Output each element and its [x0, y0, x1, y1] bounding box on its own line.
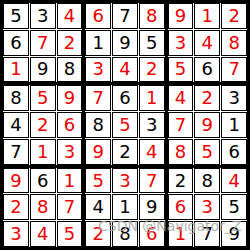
box-1: 534672198: [3, 3, 82, 82]
cell-r9c1: 3: [3, 221, 29, 247]
cell-r8c3: 7: [57, 194, 83, 220]
cell-r7c1: 9: [3, 168, 29, 194]
cell-r5c8: 9: [194, 112, 220, 138]
cell-r3c5: 4: [112, 57, 138, 83]
box-5: 761853924: [85, 85, 164, 164]
cell-r9c3: 5: [57, 221, 83, 247]
cell-r3c4: 3: [85, 57, 111, 83]
cell-r9c5: 8: [112, 221, 138, 247]
cell-r2c5: 9: [112, 30, 138, 56]
cell-r5c5: 5: [112, 112, 138, 138]
box-8: 537419286: [85, 168, 164, 247]
cell-r4c1: 8: [3, 85, 29, 111]
sudoku-board: 5346721986781953429123485678594267137618…: [0, 0, 250, 250]
cell-r4c2: 5: [30, 85, 56, 111]
cell-r7c9: 4: [221, 168, 247, 194]
cell-r4c7: 4: [168, 85, 194, 111]
cell-r4c5: 6: [112, 85, 138, 111]
cell-r2c2: 7: [30, 30, 56, 56]
cell-r7c7: 2: [168, 168, 194, 194]
cell-r8c4: 4: [85, 194, 111, 220]
cell-r2c3: 2: [57, 30, 83, 56]
cell-r2c6: 5: [139, 30, 165, 56]
cell-r6c7: 8: [168, 139, 194, 165]
cell-r1c1: 5: [3, 3, 29, 29]
cell-r5c6: 3: [139, 112, 165, 138]
cell-r1c7: 9: [168, 3, 194, 29]
box-6: 423791856: [168, 85, 247, 164]
cell-r4c6: 1: [139, 85, 165, 111]
cell-r6c2: 1: [30, 139, 56, 165]
cell-r8c8: 3: [194, 194, 220, 220]
cell-r4c8: 2: [194, 85, 220, 111]
cell-r8c1: 2: [3, 194, 29, 220]
cell-r7c5: 3: [112, 168, 138, 194]
cell-r7c3: 1: [57, 168, 83, 194]
cell-r8c7: 6: [168, 194, 194, 220]
cell-r3c6: 2: [139, 57, 165, 83]
box-3: 912348567: [168, 3, 247, 82]
cell-r2c9: 8: [221, 30, 247, 56]
cell-r3c9: 7: [221, 57, 247, 83]
cell-r8c5: 1: [112, 194, 138, 220]
cell-r7c2: 6: [30, 168, 56, 194]
cell-r5c9: 1: [221, 112, 247, 138]
cell-r1c8: 1: [194, 3, 220, 29]
cell-r1c6: 8: [139, 3, 165, 29]
cell-r4c4: 7: [85, 85, 111, 111]
cell-r5c1: 4: [3, 112, 29, 138]
cell-r8c2: 8: [30, 194, 56, 220]
box-7: 961287345: [3, 168, 82, 247]
cell-r2c7: 3: [168, 30, 194, 56]
box-2: 678195342: [85, 3, 164, 82]
cell-r3c1: 1: [3, 57, 29, 83]
cell-r8c6: 9: [139, 194, 165, 220]
cell-r6c1: 7: [3, 139, 29, 165]
cell-r9c4: 2: [85, 221, 111, 247]
cell-r6c3: 3: [57, 139, 83, 165]
box-4: 859426713: [3, 85, 82, 164]
cell-r3c2: 9: [30, 57, 56, 83]
cell-r6c8: 5: [194, 139, 220, 165]
cell-r2c4: 1: [85, 30, 111, 56]
cell-r5c3: 6: [57, 112, 83, 138]
cell-r6c6: 4: [139, 139, 165, 165]
cell-r1c2: 3: [30, 3, 56, 29]
cell-r4c9: 3: [221, 85, 247, 111]
cell-r3c8: 6: [194, 57, 220, 83]
cell-r9c2: 4: [30, 221, 56, 247]
cell-r1c5: 7: [112, 3, 138, 29]
cell-r8c9: 5: [221, 194, 247, 220]
cell-r6c4: 9: [85, 139, 111, 165]
cell-r2c8: 4: [194, 30, 220, 56]
cell-r9c7: 1: [168, 221, 194, 247]
cell-r9c8: 7: [194, 221, 220, 247]
cell-r3c7: 5: [168, 57, 194, 83]
box-9: 284635179: [168, 168, 247, 247]
sudoku-diagram: 5346721986781953429123485678594267137618…: [0, 0, 250, 250]
cell-r1c9: 2: [221, 3, 247, 29]
cell-r6c5: 2: [112, 139, 138, 165]
cell-r7c4: 5: [85, 168, 111, 194]
cell-r5c7: 7: [168, 112, 194, 138]
cell-r5c4: 8: [85, 112, 111, 138]
cell-r1c3: 4: [57, 3, 83, 29]
cell-r3c3: 8: [57, 57, 83, 83]
cell-r9c9: 9: [221, 221, 247, 247]
cell-r9c6: 6: [139, 221, 165, 247]
cell-r1c4: 6: [85, 3, 111, 29]
cell-r2c1: 6: [3, 30, 29, 56]
cell-r4c3: 9: [57, 85, 83, 111]
cell-r5c2: 2: [30, 112, 56, 138]
cell-r6c9: 6: [221, 139, 247, 165]
cell-r7c6: 7: [139, 168, 165, 194]
cell-r7c8: 8: [194, 168, 220, 194]
